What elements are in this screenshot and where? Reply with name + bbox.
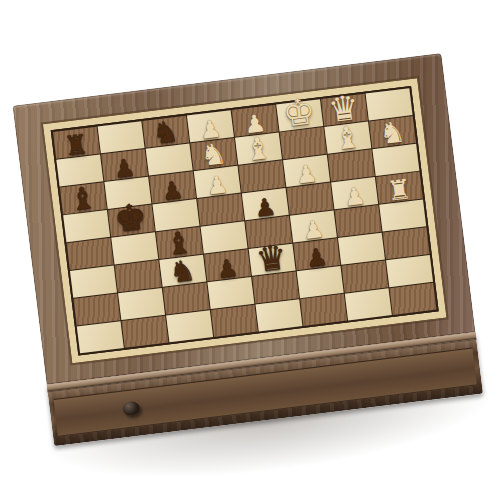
square-d3[interactable]: ♟ — [204, 249, 251, 281]
product-photo-scene: ♜♞♟♟♚♛♟♞♝♝♞♝♟♟♟♚♟♟♜♝♟♞♟♛♟ — [8, 53, 491, 484]
black-pawn-piece[interactable]: ♟ — [305, 245, 329, 271]
square-e1[interactable] — [255, 299, 302, 331]
square-f8[interactable]: ♚ — [276, 99, 323, 131]
square-c6[interactable]: ♟ — [149, 171, 196, 203]
square-a2[interactable] — [73, 293, 120, 325]
black-pawn-piece[interactable]: ♟ — [253, 194, 277, 220]
black-queen-piece[interactable]: ♛ — [254, 240, 288, 277]
square-h3[interactable] — [382, 227, 429, 259]
square-e3[interactable]: ♛ — [248, 244, 295, 276]
chess-box: ♜♞♟♟♚♛♟♞♝♝♞♝♟♟♟♚♟♟♜♝♟♞♟♛♟ — [12, 53, 483, 446]
square-b2[interactable] — [118, 288, 165, 320]
black-king-piece[interactable]: ♚ — [112, 198, 148, 238]
white-pawn-piece[interactable]: ♟ — [342, 184, 366, 210]
white-pawn-piece[interactable]: ♟ — [205, 172, 229, 198]
square-f1[interactable] — [300, 294, 347, 326]
black-knight-piece[interactable]: ♞ — [168, 256, 197, 288]
square-f3[interactable]: ♟ — [293, 238, 340, 270]
square-b5[interactable]: ♚ — [107, 205, 154, 237]
square-d4[interactable] — [200, 221, 247, 253]
square-b3[interactable] — [114, 260, 161, 292]
square-e5[interactable]: ♟ — [241, 188, 288, 220]
square-a8[interactable]: ♜ — [52, 127, 99, 159]
square-c1[interactable] — [166, 310, 213, 342]
inlay-border: ♜♞♟♟♚♛♟♞♝♝♞♝♟♟♟♚♟♟♜♝♟♞♟♛♟ — [42, 78, 446, 363]
white-pawn-piece[interactable]: ♟ — [294, 161, 318, 187]
square-a4[interactable] — [66, 238, 113, 270]
square-b7[interactable]: ♟ — [101, 149, 148, 181]
square-g5[interactable]: ♟ — [331, 177, 378, 209]
square-a3[interactable] — [70, 266, 117, 298]
board-frame: ♜♞♟♟♚♛♟♞♝♝♞♝♟♟♟♚♟♟♜♝♟♞♟♛♟ — [12, 53, 475, 385]
square-d1[interactable] — [210, 305, 257, 337]
square-h7[interactable]: ♞ — [369, 116, 416, 148]
square-g3[interactable] — [338, 233, 385, 265]
square-f6[interactable]: ♟ — [283, 155, 330, 187]
square-h1[interactable] — [389, 283, 436, 315]
square-h2[interactable] — [386, 255, 433, 287]
square-c3[interactable]: ♞ — [159, 255, 206, 287]
square-a1[interactable] — [76, 321, 123, 353]
white-knight-piece[interactable]: ♞ — [199, 139, 228, 171]
white-rook-piece[interactable]: ♜ — [385, 175, 412, 205]
white-bishop-piece[interactable]: ♝ — [243, 133, 273, 166]
drawer-knob[interactable] — [122, 401, 141, 417]
black-pawn-piece[interactable]: ♟ — [215, 256, 239, 282]
black-bishop-piece[interactable]: ♝ — [68, 182, 98, 215]
black-knight-piece[interactable]: ♞ — [151, 117, 180, 149]
black-pawn-piece[interactable]: ♟ — [160, 178, 184, 204]
square-d7[interactable]: ♞ — [190, 138, 237, 170]
white-bishop-piece[interactable]: ♝ — [332, 122, 362, 155]
chess-board: ♜♞♟♟♚♛♟♞♝♝♞♝♟♟♟♚♟♟♜♝♟♞♟♛♟ — [50, 86, 438, 356]
white-king-piece[interactable]: ♚ — [281, 93, 317, 133]
square-b1[interactable] — [121, 316, 168, 348]
white-pawn-piece[interactable]: ♟ — [301, 217, 325, 243]
square-h5[interactable]: ♜ — [375, 172, 422, 204]
square-e7[interactable]: ♝ — [235, 133, 282, 165]
square-d6[interactable]: ♟ — [193, 166, 240, 198]
square-c8[interactable]: ♞ — [142, 116, 189, 148]
black-rook-piece[interactable]: ♜ — [63, 130, 90, 160]
square-g1[interactable] — [344, 288, 391, 320]
square-b8[interactable] — [97, 121, 144, 153]
white-knight-piece[interactable]: ♞ — [377, 117, 406, 149]
photo-background: ♜♞♟♟♚♛♟♞♝♝♞♝♟♟♟♚♟♟♜♝♟♞♟♛♟ — [0, 0, 500, 500]
square-g2[interactable] — [341, 261, 388, 293]
square-f4[interactable]: ♟ — [289, 210, 336, 242]
black-pawn-piece[interactable]: ♟ — [112, 155, 136, 181]
square-a6[interactable]: ♝ — [59, 182, 106, 214]
